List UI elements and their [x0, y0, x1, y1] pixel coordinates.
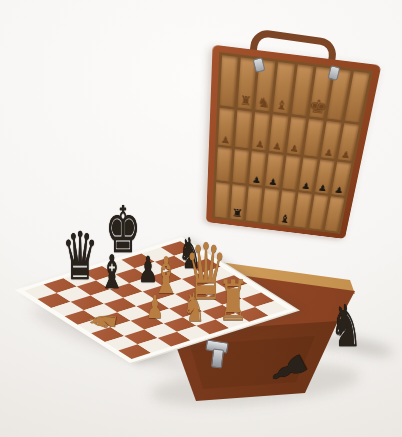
tray-cell-r1c1	[220, 55, 238, 107]
stored-light-pawn[interactable]: ♟	[340, 149, 351, 159]
latch-hasp-icon[interactable]	[211, 348, 224, 368]
piece-white-knight-e2[interactable]: ♞	[183, 287, 205, 327]
tray-cell-r3c1	[216, 146, 232, 181]
tray-cell-r3c8: ♟	[331, 161, 351, 196]
tray-cell-r4c3	[246, 186, 263, 222]
stored-black-pawn[interactable]: ♟	[251, 175, 261, 185]
tray-cell-r4c5: ♝	[277, 190, 295, 226]
piece-black-bishop-d7[interactable]: ♝	[99, 249, 125, 295]
stored-black-pawn[interactable]: ♟	[317, 183, 328, 192]
tray-cell-r3c3: ♟	[249, 151, 266, 186]
piece-white-rook-f1[interactable]: ♜	[217, 273, 248, 329]
tray-cell-r4c1	[215, 182, 230, 218]
case-lid[interactable]: ♜♞♝♚♟♟♟♟♟♟♟♟♟♟♟♜♝	[206, 45, 381, 239]
tray-cell-r2c2	[235, 110, 252, 148]
stored-light-pawn[interactable]: ♟	[289, 143, 300, 153]
stored-black-bishop[interactable]: ♝	[278, 213, 292, 225]
stored-black-pawn[interactable]: ♟	[301, 181, 312, 190]
tray-cell-r3c4: ♟	[266, 153, 284, 188]
studio-scene: ♜♞♝♚♟♟♟♟♟♟♟♟♟♟♟♜♝ ♛♚♝♟♞♞♝♟♛♞♜♞♟	[0, 0, 402, 437]
stored-black-rook[interactable]: ♜	[231, 208, 244, 220]
tray-cell-r2c5: ♟	[286, 116, 305, 154]
tray-cell-r4c4	[262, 188, 279, 224]
stored-light-pawn[interactable]: ♟	[255, 139, 266, 149]
stored-light-bishop[interactable]: ♝	[275, 99, 289, 113]
piece-white-pawn-d3[interactable]: ♟	[146, 291, 164, 323]
tray-cell-r2c8: ♟	[338, 123, 360, 161]
tray-cell-r4c8	[325, 196, 345, 232]
stored-light-knight[interactable]: ♞	[256, 96, 271, 111]
tray-cell-r2c4: ♟	[269, 114, 288, 152]
floor-piece-black-knight[interactable]: ♞	[330, 297, 362, 355]
stored-light-king[interactable]: ♚	[309, 97, 329, 117]
tray-cell-r4c2: ♜	[230, 184, 246, 220]
lid-compartments: ♜♞♝♚♟♟♟♟♟♟♟♟♟♟♟♜♝	[212, 52, 373, 234]
tray-cell-r3c2	[233, 149, 250, 184]
tray-cell-r3c5	[282, 155, 301, 190]
piece-black-queen-c8[interactable]: ♛	[62, 224, 99, 290]
tray-cell-r2c3: ♟	[252, 112, 270, 150]
stored-light-pawn[interactable]: ♟	[220, 135, 230, 145]
stored-light-pawn[interactable]: ♟	[323, 147, 334, 157]
tray-cell-r2c1: ♟	[218, 108, 235, 146]
stored-light-pawn[interactable]: ♟	[272, 141, 283, 151]
stored-black-pawn[interactable]: ♟	[268, 177, 278, 187]
stored-light-rook[interactable]: ♜	[239, 94, 253, 108]
stored-black-pawn[interactable]: ♟	[334, 185, 345, 194]
